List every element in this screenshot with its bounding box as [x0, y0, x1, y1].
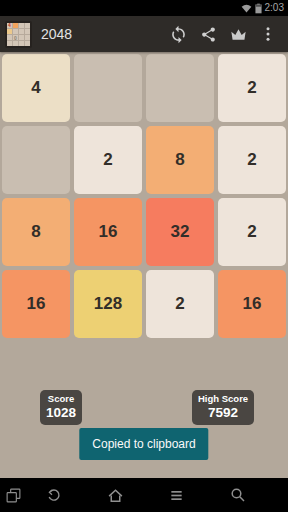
high-score-badge: High Score 7592	[192, 390, 254, 425]
empty-cell	[2, 126, 70, 194]
back-icon	[46, 488, 61, 503]
score-value: 1028	[46, 405, 76, 421]
refresh-icon	[169, 25, 188, 44]
tile-2: 2	[218, 54, 286, 122]
menu-icon	[169, 488, 184, 503]
back-button[interactable]	[37, 478, 69, 512]
app-icon: 4 0	[5, 21, 32, 48]
app-icon-tile	[13, 23, 18, 28]
recents-button[interactable]	[0, 478, 29, 512]
toast-copied-to-clipboard: Copied to clipboard	[79, 428, 208, 460]
app-title: 2048	[41, 26, 165, 42]
game-board[interactable]: 4228281632216128216	[0, 52, 288, 340]
nav-bar	[0, 478, 288, 512]
leaderboard-button[interactable]	[225, 19, 251, 49]
tile-32: 32	[146, 198, 214, 266]
share-button[interactable]	[195, 19, 221, 49]
search-button[interactable]	[222, 478, 254, 512]
overflow-menu-icon	[259, 25, 277, 43]
empty-cell	[74, 54, 142, 122]
tile-2: 2	[218, 126, 286, 194]
menu-button[interactable]	[160, 478, 192, 512]
status-clock: 2:03	[265, 0, 284, 16]
share-icon	[200, 26, 217, 43]
battery-icon	[255, 3, 262, 14]
app-icon-tile	[7, 29, 12, 34]
tile-4: 4	[2, 54, 70, 122]
status-bar: 2:03	[0, 0, 288, 16]
app-icon-digit: 0	[14, 36, 17, 41]
app-icon-digit: 4	[8, 23, 11, 28]
overflow-menu-button[interactable]	[255, 19, 281, 49]
app-bar: 4 0 2048	[0, 16, 288, 52]
screen: 2:03 4 0 2048	[0, 0, 288, 512]
high-score-value: 7592	[198, 405, 248, 421]
tile-16: 16	[2, 270, 70, 338]
recents-icon	[5, 487, 22, 504]
tile-16: 16	[218, 270, 286, 338]
score-badge: Score 1028	[40, 390, 82, 425]
tile-16: 16	[74, 198, 142, 266]
restart-button[interactable]	[165, 19, 191, 49]
home-button[interactable]	[99, 478, 131, 512]
crown-icon	[229, 25, 248, 44]
score-label: Score	[46, 393, 76, 405]
app-bar-actions	[165, 19, 281, 49]
search-icon	[230, 487, 246, 503]
home-icon	[107, 487, 124, 504]
tile-8: 8	[2, 198, 70, 266]
high-score-label: High Score	[198, 393, 248, 405]
empty-cell	[146, 54, 214, 122]
tile-8: 8	[146, 126, 214, 194]
wifi-icon	[241, 4, 252, 13]
tile-2: 2	[218, 198, 286, 266]
tile-128: 128	[74, 270, 142, 338]
tile-2: 2	[74, 126, 142, 194]
tile-2: 2	[146, 270, 214, 338]
